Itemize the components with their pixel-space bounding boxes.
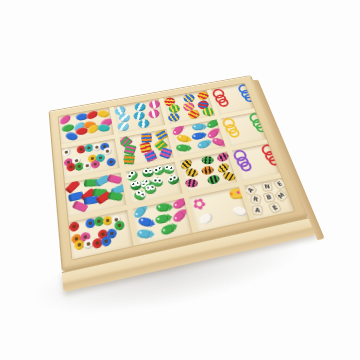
striped-cube-bead: [159, 147, 173, 159]
fish-bead: [192, 123, 204, 130]
fish-bead: [176, 144, 188, 151]
round-bead: [115, 221, 125, 232]
bee-bead: [185, 179, 198, 188]
letter-cube-bead: N: [261, 181, 273, 191]
frog-bead: [167, 173, 181, 186]
wave-disc-bead: [117, 122, 130, 131]
cord-bead: [221, 117, 236, 129]
bee-bead: [201, 156, 214, 165]
bee-bead: [215, 151, 230, 163]
compartment-r2c2: [119, 129, 173, 167]
letter-cube-bead: M: [274, 189, 289, 203]
cylinder-bead: [107, 191, 123, 201]
fish-bead: [196, 139, 210, 149]
bee-bead: [222, 171, 236, 183]
fish-bead: [160, 223, 176, 236]
cord-bead: [211, 88, 225, 99]
cord-bead: [248, 112, 263, 124]
compartment-r3c4: [232, 143, 280, 181]
frog-bead: [142, 167, 153, 177]
cord-bead: [232, 149, 248, 162]
fish-bead: [212, 137, 225, 147]
fish-bead: [154, 214, 169, 225]
compartment-r3c3: [179, 151, 237, 192]
compartment-r2c3: [171, 119, 226, 156]
compartment-r1c4: [211, 83, 254, 114]
bee-bead: [185, 168, 199, 179]
oval-bead: [96, 109, 110, 118]
round-bead: [106, 158, 116, 166]
round-bead: [103, 147, 112, 156]
compartment-r4c2: [132, 198, 192, 245]
striped-round-bead: [183, 94, 195, 103]
product-photo-scene: ✿ANERBMAE: [0, 0, 360, 360]
wave-disc-bead: [146, 107, 161, 119]
compartment-r3c2: [125, 162, 182, 204]
compartment-r1c1: [59, 108, 114, 145]
round-bead: [69, 220, 81, 233]
compartment-r2c1: [62, 139, 120, 179]
compartment-r4c4: ANERBMAE: [244, 178, 295, 220]
striped-round-bead: [187, 109, 202, 121]
wave-disc-bead: [134, 102, 145, 111]
compartment-r3c1: [65, 172, 126, 217]
letter-cube-bead: E: [268, 201, 283, 214]
fish-bead: [191, 132, 204, 141]
duck-bead: [229, 188, 244, 199]
flower-bead: ✿: [189, 193, 211, 215]
compartment-r4c1: [69, 210, 134, 259]
frog-bead: [162, 164, 175, 175]
striped-cube-bead: [141, 133, 152, 143]
cylinder-bead: [106, 174, 122, 184]
cord-bead: [260, 143, 276, 156]
compartment-r4c3: ✿: [189, 187, 250, 232]
fish-bead: [137, 216, 152, 227]
bee-bead: [200, 165, 214, 176]
letter-cube-bead: R: [250, 193, 262, 205]
fish-bead: [176, 134, 189, 143]
striped-cube-bead: [144, 150, 158, 163]
striped-cube-bead: [123, 155, 135, 165]
bee-bead: [206, 174, 221, 186]
cord-bead: [237, 83, 252, 94]
fish-bead: [137, 230, 151, 239]
letter-cube-bead: A: [252, 205, 263, 216]
fish-bead: [156, 203, 169, 212]
compartment-r2c4: [221, 112, 267, 146]
compartment-r1c3: [163, 90, 215, 124]
compartment-r1c2: [114, 99, 165, 134]
striped-round-bead: [168, 113, 180, 122]
oval-bead: [232, 206, 247, 218]
round-bead: [62, 147, 73, 158]
frog-bead: [144, 183, 156, 194]
striped-round-bead: [202, 106, 215, 117]
